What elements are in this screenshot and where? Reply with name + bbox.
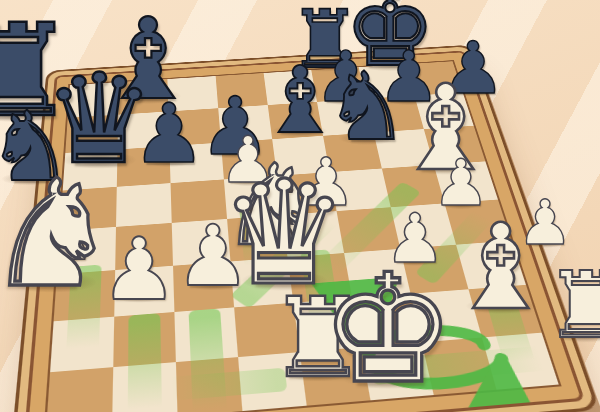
chess-illustration: ♜♞♛♝♟♟♝♞♟♟♟♜♚♞♟♟♟♟♞♛♟♝♟♟♝♟♜♚♜ (0, 0, 600, 412)
white-pawn-c3[interactable]: ♟ (175, 214, 250, 298)
pieces-layer: ♜♞♛♝♟♟♝♞♟♟♟♜♚♞♟♟♟♟♞♛♟♝♟♟♝♟♜♚♜ (0, 0, 600, 412)
white-king-e1[interactable]: ♚ (321, 254, 455, 404)
white-rook-h1[interactable]: ♜ (545, 260, 600, 352)
white-bishop-g2[interactable]: ♝ (448, 208, 554, 326)
black-pawn-c6[interactable]: ♟ (132, 93, 206, 175)
white-pawn-b3[interactable]: ♟ (100, 226, 177, 312)
